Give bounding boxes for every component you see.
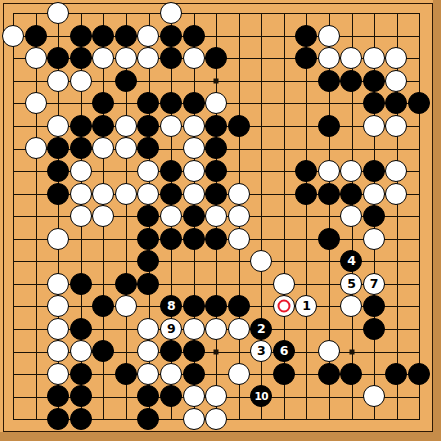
board-cell: 5: [340, 272, 363, 295]
black-stone: [137, 137, 159, 159]
white-stone: [160, 115, 182, 137]
board-cell: [47, 115, 70, 138]
board-cell: [47, 295, 70, 318]
board-cell: [70, 385, 93, 408]
board-cell: [182, 115, 205, 138]
white-stone: [160, 363, 182, 385]
black-stone: [340, 70, 362, 92]
white-stone: [340, 295, 362, 317]
board-cell: [205, 92, 228, 115]
black-stone: [137, 273, 159, 295]
board-cell: [47, 318, 70, 341]
white-stone: [340, 160, 362, 182]
white-stone: [115, 115, 137, 137]
black-stone: [137, 385, 159, 407]
black-stone: [160, 183, 182, 205]
board-cell: 1: [295, 295, 318, 318]
board-cell: [363, 205, 386, 228]
black-stone: [318, 115, 340, 137]
board-cell: [160, 182, 183, 205]
white-stone: [115, 183, 137, 205]
white-stone: [70, 183, 92, 205]
board-cell: [318, 47, 341, 70]
black-stone: [318, 183, 340, 205]
white-stone: [183, 385, 205, 407]
white-stone: [47, 273, 69, 295]
black-stone: 4: [340, 250, 362, 272]
black-stone: [205, 137, 227, 159]
board-cell: [385, 115, 408, 138]
board-cell: [47, 2, 70, 25]
white-stone: [183, 115, 205, 137]
board-cell: [182, 227, 205, 250]
board-cell: [363, 385, 386, 408]
board-cell: [363, 70, 386, 93]
black-stone: [70, 318, 92, 340]
white-stone: [385, 70, 407, 92]
black-stone: [47, 137, 69, 159]
board-cell: [47, 363, 70, 386]
board-cell: [137, 272, 160, 295]
board-cell: [205, 227, 228, 250]
black-stone: [92, 92, 114, 114]
board-cell: [115, 70, 138, 93]
black-stone: [70, 25, 92, 47]
white-stone: [363, 385, 385, 407]
board-cell: [340, 205, 363, 228]
stone-grid: 45781923610: [2, 2, 430, 430]
board-cell: [318, 182, 341, 205]
board-cell: [340, 182, 363, 205]
board-cell: [24, 47, 47, 70]
board-cell: [92, 24, 115, 47]
black-stone: [137, 228, 159, 250]
board-cell: [340, 363, 363, 386]
white-stone: [47, 318, 69, 340]
move-number-label: 8: [167, 300, 175, 313]
black-stone: [318, 363, 340, 385]
board-cell: [205, 205, 228, 228]
white-stone: [228, 228, 250, 250]
board-cell: [182, 137, 205, 160]
board-cell: [137, 160, 160, 183]
black-stone: [92, 115, 114, 137]
white-stone: [2, 25, 24, 47]
black-stone: [408, 92, 430, 114]
board-cell: [385, 70, 408, 93]
board-cell: [70, 70, 93, 93]
white-stone: [70, 340, 92, 362]
board-cell: [385, 92, 408, 115]
red-circle-marker: [277, 300, 290, 313]
move-number-label: 6: [280, 345, 288, 358]
white-stone: 1: [295, 295, 317, 317]
board-cell: [92, 205, 115, 228]
black-stone: [137, 408, 159, 430]
black-stone: [205, 160, 227, 182]
white-stone: [70, 160, 92, 182]
move-number-label: 5: [347, 278, 355, 291]
black-stone: [385, 363, 407, 385]
black-stone: [183, 363, 205, 385]
white-stone: [47, 363, 69, 385]
white-stone: [385, 115, 407, 137]
white-stone: [273, 273, 295, 295]
board-cell: [318, 363, 341, 386]
board-cell: 7: [363, 272, 386, 295]
black-stone: [47, 47, 69, 69]
board-cell: 9: [160, 318, 183, 341]
board-cell: [363, 227, 386, 250]
board-cell: [137, 227, 160, 250]
black-stone: [160, 228, 182, 250]
board-cell: [182, 160, 205, 183]
board-cell: [385, 182, 408, 205]
board-cell: [318, 70, 341, 93]
board-cell: [70, 408, 93, 431]
black-stone: [47, 183, 69, 205]
board-cell: [295, 182, 318, 205]
board-cell: [137, 363, 160, 386]
black-stone: [363, 205, 385, 227]
black-stone: [70, 385, 92, 407]
board-cell: [70, 160, 93, 183]
board-cell: [182, 408, 205, 431]
black-stone: [205, 295, 227, 317]
white-stone: [340, 47, 362, 69]
board-cell: [295, 24, 318, 47]
black-stone: [205, 228, 227, 250]
black-stone: [25, 25, 47, 47]
black-stone: 8: [160, 295, 182, 317]
white-stone: [137, 340, 159, 362]
white-stone: [183, 408, 205, 430]
board-cell: [92, 47, 115, 70]
white-stone: [115, 295, 137, 317]
board-cell: [385, 363, 408, 386]
black-stone: [160, 385, 182, 407]
board-cell: [137, 250, 160, 273]
white-stone: [25, 47, 47, 69]
board-cell: [205, 47, 228, 70]
board-cell: 3: [250, 340, 273, 363]
board-cell: [182, 363, 205, 386]
board-cell: [137, 115, 160, 138]
board-cell: [115, 24, 138, 47]
board-cell: [272, 363, 295, 386]
black-stone: 10: [250, 385, 272, 407]
board-cell: 2: [250, 318, 273, 341]
board-cell: [70, 47, 93, 70]
white-stone: [25, 92, 47, 114]
board-cell: 4: [340, 250, 363, 273]
board-cell: [340, 47, 363, 70]
move-number-label: 7: [370, 278, 378, 291]
black-stone: [363, 70, 385, 92]
white-stone: [70, 205, 92, 227]
black-stone: [70, 408, 92, 430]
board-cell: [47, 47, 70, 70]
board-cell: [115, 182, 138, 205]
black-stone: 2: [250, 318, 272, 340]
board-cell: [160, 115, 183, 138]
white-stone: [385, 183, 407, 205]
white-stone: [205, 318, 227, 340]
black-stone: [70, 273, 92, 295]
white-stone: [385, 47, 407, 69]
board-cell: [160, 24, 183, 47]
board-cell: [47, 70, 70, 93]
white-stone: [92, 183, 114, 205]
board-cell: [318, 24, 341, 47]
black-stone: [92, 340, 114, 362]
black-stone: [205, 115, 227, 137]
board-cell: [137, 182, 160, 205]
white-stone: [115, 137, 137, 159]
black-stone: [205, 47, 227, 69]
board-cell: [47, 385, 70, 408]
white-stone: [363, 183, 385, 205]
board-cell: [92, 295, 115, 318]
black-stone: [92, 295, 114, 317]
black-stone: [385, 92, 407, 114]
board-cell: [340, 70, 363, 93]
board-cell: [272, 272, 295, 295]
board-cell: [70, 272, 93, 295]
board-cell: [2, 24, 25, 47]
board-cell: [160, 385, 183, 408]
board-cell: [137, 408, 160, 431]
black-stone: [318, 228, 340, 250]
board-cell: [47, 227, 70, 250]
board-cell: [408, 363, 431, 386]
white-stone: [47, 295, 69, 317]
black-stone: [160, 25, 182, 47]
board-cell: [227, 227, 250, 250]
board-cell: [70, 24, 93, 47]
board-cell: [70, 115, 93, 138]
white-stone: [137, 160, 159, 182]
white-stone: [47, 115, 69, 137]
board-cell: [227, 115, 250, 138]
board-cell: [318, 115, 341, 138]
board-cell: [160, 227, 183, 250]
board-cell: [205, 295, 228, 318]
board-cell: [160, 92, 183, 115]
board-cell: [137, 205, 160, 228]
white-stone: [137, 318, 159, 340]
board-cell: 8: [160, 295, 183, 318]
board-cell: [250, 250, 273, 273]
board-cell: [92, 182, 115, 205]
board-cell: [115, 363, 138, 386]
white-stone: 5: [340, 273, 362, 295]
board-cell: [272, 295, 295, 318]
move-number-label: 2: [257, 323, 265, 336]
board-cell: [160, 340, 183, 363]
white-stone: [318, 340, 340, 362]
white-stone: [340, 205, 362, 227]
board-cell: [295, 47, 318, 70]
black-stone: [183, 340, 205, 362]
move-number-label: 1: [302, 300, 310, 313]
board-cell: 10: [250, 385, 273, 408]
white-stone: [92, 47, 114, 69]
white-stone: [183, 318, 205, 340]
board-cell: [318, 227, 341, 250]
black-stone: [273, 363, 295, 385]
board-cell: [318, 160, 341, 183]
board-cell: [160, 205, 183, 228]
board-cell: [24, 137, 47, 160]
white-stone: [137, 183, 159, 205]
board-cell: [47, 182, 70, 205]
black-stone: [295, 47, 317, 69]
move-number-label: 4: [347, 255, 355, 268]
black-stone: [70, 137, 92, 159]
board-cell: [70, 205, 93, 228]
black-stone: [160, 340, 182, 362]
board-cell: [182, 182, 205, 205]
board-cell: [160, 363, 183, 386]
white-stone: 3: [250, 340, 272, 362]
board-cell: [363, 160, 386, 183]
white-stone: [47, 2, 69, 24]
board-cell: [182, 295, 205, 318]
black-stone: [137, 250, 159, 272]
board-cell: [408, 92, 431, 115]
board-cell: [205, 385, 228, 408]
board-cell: [160, 2, 183, 25]
board-cell: [363, 47, 386, 70]
white-stone: [363, 47, 385, 69]
white-stone: [205, 408, 227, 430]
board-cell: [115, 115, 138, 138]
board-cell: [205, 182, 228, 205]
white-stone: [183, 183, 205, 205]
black-stone: [183, 25, 205, 47]
black-stone: [115, 25, 137, 47]
move-number-label: 10: [254, 391, 268, 402]
black-stone: [160, 160, 182, 182]
board-cell: [227, 363, 250, 386]
black-stone: [47, 160, 69, 182]
board-cell: [205, 115, 228, 138]
black-stone: [137, 115, 159, 137]
board-cell: [47, 340, 70, 363]
board-cell: [137, 92, 160, 115]
black-stone: [137, 205, 159, 227]
white-stone: [363, 115, 385, 137]
move-number-label: 9: [167, 323, 175, 336]
board-cell: [205, 137, 228, 160]
white-stone: [137, 25, 159, 47]
black-stone: 6: [273, 340, 295, 362]
board-cell: [47, 160, 70, 183]
black-stone: [70, 47, 92, 69]
go-diagram: 45781923610: [0, 0, 441, 441]
black-stone: [295, 160, 317, 182]
board-cell: [385, 160, 408, 183]
board-cell: [137, 340, 160, 363]
board-cell: [115, 272, 138, 295]
board-cell: [227, 182, 250, 205]
black-stone: [160, 92, 182, 114]
white-stone: [363, 228, 385, 250]
white-stone: [115, 47, 137, 69]
board-cell: [227, 205, 250, 228]
board-cell: [182, 47, 205, 70]
board-cell: [295, 160, 318, 183]
black-stone: [183, 228, 205, 250]
black-stone: [160, 47, 182, 69]
board-cell: [115, 137, 138, 160]
board-cell: [70, 182, 93, 205]
white-stone: [137, 363, 159, 385]
black-stone: [228, 115, 250, 137]
board-cell: [47, 408, 70, 431]
board-cell: [137, 47, 160, 70]
board-cell: [227, 295, 250, 318]
board-cell: [92, 137, 115, 160]
white-stone: [228, 318, 250, 340]
black-stone: [340, 183, 362, 205]
white-stone: [160, 2, 182, 24]
white-stone: 9: [160, 318, 182, 340]
black-stone: [47, 408, 69, 430]
black-stone: [47, 385, 69, 407]
board-cell: [70, 363, 93, 386]
black-stone: [183, 92, 205, 114]
board-cell: [205, 318, 228, 341]
black-stone: [295, 25, 317, 47]
black-stone: [363, 160, 385, 182]
board-cell: [137, 24, 160, 47]
board-cell: [340, 295, 363, 318]
black-stone: [408, 363, 430, 385]
board-cell: [363, 295, 386, 318]
board-cell: [160, 47, 183, 70]
board-cell: [182, 24, 205, 47]
board-cell: [340, 160, 363, 183]
board-cell: [137, 137, 160, 160]
board-cell: [363, 182, 386, 205]
black-stone: [183, 205, 205, 227]
black-stone: [318, 70, 340, 92]
black-stone: [183, 295, 205, 317]
white-stone: [228, 183, 250, 205]
board-cell: [137, 318, 160, 341]
black-stone: [137, 92, 159, 114]
black-stone: [363, 295, 385, 317]
black-stone: [92, 25, 114, 47]
white-stone: [92, 205, 114, 227]
black-stone: [70, 115, 92, 137]
board-cell: [363, 318, 386, 341]
black-stone: [363, 92, 385, 114]
white-stone: [273, 295, 295, 317]
white-stone: [318, 47, 340, 69]
black-stone: [115, 273, 137, 295]
board-cell: [70, 340, 93, 363]
white-stone: [183, 47, 205, 69]
board-cell: [47, 272, 70, 295]
white-stone: [47, 70, 69, 92]
board-cell: [363, 115, 386, 138]
white-stone: [47, 340, 69, 362]
black-stone: [340, 363, 362, 385]
board-cell: [70, 137, 93, 160]
